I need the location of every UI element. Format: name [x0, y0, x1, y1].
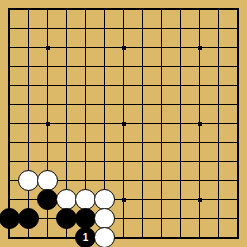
intersection-J13[interactable]	[152, 0, 171, 19]
intersection-H4[interactable]	[133, 171, 152, 190]
intersection-G6[interactable]	[114, 133, 133, 152]
intersection-J12[interactable]	[152, 19, 171, 38]
intersection-L11[interactable]	[190, 38, 209, 57]
intersection-F8[interactable]	[95, 95, 114, 114]
intersection-A10[interactable]	[0, 57, 19, 76]
intersection-G4[interactable]	[114, 171, 133, 190]
intersection-A9[interactable]	[0, 76, 19, 95]
intersection-H6[interactable]	[133, 133, 152, 152]
intersection-C5[interactable]	[38, 152, 57, 171]
intersection-D12[interactable]	[57, 19, 76, 38]
intersection-A12[interactable]	[0, 19, 19, 38]
intersection-M12[interactable]	[209, 19, 228, 38]
intersection-D4[interactable]	[57, 171, 76, 190]
intersection-L8[interactable]	[190, 95, 209, 114]
intersection-K5[interactable]	[171, 152, 190, 171]
white-stone	[94, 227, 115, 247]
intersection-K11[interactable]	[171, 38, 190, 57]
intersection-E10[interactable]	[76, 57, 95, 76]
intersection-A8[interactable]	[0, 95, 19, 114]
intersection-M5[interactable]	[209, 152, 228, 171]
star-point	[46, 122, 50, 126]
intersection-L13[interactable]	[190, 0, 209, 19]
intersection-A4[interactable]	[0, 171, 19, 190]
intersection-F6[interactable]	[95, 133, 114, 152]
intersection-H7[interactable]	[133, 114, 152, 133]
intersection-A6[interactable]	[0, 133, 19, 152]
intersection-E11[interactable]	[76, 38, 95, 57]
intersection-J2[interactable]	[152, 209, 171, 228]
intersection-H2[interactable]	[133, 209, 152, 228]
intersection-D9[interactable]	[57, 76, 76, 95]
intersection-H12[interactable]	[133, 19, 152, 38]
intersection-J10[interactable]	[152, 57, 171, 76]
intersection-B9[interactable]	[19, 76, 38, 95]
intersection-D11[interactable]	[57, 38, 76, 57]
intersection-E12[interactable]	[76, 19, 95, 38]
intersection-F11[interactable]	[95, 38, 114, 57]
intersection-B7[interactable]	[19, 114, 38, 133]
intersection-N9[interactable]	[228, 76, 247, 95]
intersection-K1[interactable]	[171, 228, 190, 247]
intersection-C1[interactable]	[38, 228, 57, 247]
intersection-G11[interactable]	[114, 38, 133, 57]
intersection-E1[interactable]: 1	[76, 228, 95, 247]
intersection-H13[interactable]	[133, 0, 152, 19]
intersection-B3[interactable]	[19, 190, 38, 209]
intersection-B12[interactable]	[19, 19, 38, 38]
white-stone	[37, 170, 58, 191]
black-stone	[37, 189, 58, 210]
intersection-L1[interactable]	[190, 228, 209, 247]
intersection-N3[interactable]	[228, 190, 247, 209]
intersection-C4[interactable]	[38, 171, 57, 190]
black-stone	[0, 208, 20, 229]
intersection-C11[interactable]	[38, 38, 57, 57]
intersection-F3[interactable]	[95, 190, 114, 209]
intersection-K10[interactable]	[171, 57, 190, 76]
intersection-G9[interactable]	[114, 76, 133, 95]
intersection-A2[interactable]	[0, 209, 19, 228]
intersection-A7[interactable]	[0, 114, 19, 133]
intersection-G8[interactable]	[114, 95, 133, 114]
intersection-G13[interactable]	[114, 0, 133, 19]
intersection-H9[interactable]	[133, 76, 152, 95]
intersection-N13[interactable]	[228, 0, 247, 19]
white-stone	[56, 189, 77, 210]
intersection-F5[interactable]	[95, 152, 114, 171]
intersection-L5[interactable]	[190, 152, 209, 171]
go-board-diagram: 1	[0, 0, 247, 247]
intersection-J3[interactable]	[152, 190, 171, 209]
intersection-H11[interactable]	[133, 38, 152, 57]
intersection-K8[interactable]	[171, 95, 190, 114]
intersection-F13[interactable]	[95, 0, 114, 19]
intersection-C9[interactable]	[38, 76, 57, 95]
intersection-N1[interactable]	[228, 228, 247, 247]
intersection-D5[interactable]	[57, 152, 76, 171]
intersection-F7[interactable]	[95, 114, 114, 133]
intersection-H5[interactable]	[133, 152, 152, 171]
intersection-M4[interactable]	[209, 171, 228, 190]
intersection-K3[interactable]	[171, 190, 190, 209]
intersection-B6[interactable]	[19, 133, 38, 152]
intersection-A13[interactable]	[0, 0, 19, 19]
intersection-D3[interactable]	[57, 190, 76, 209]
intersection-F9[interactable]	[95, 76, 114, 95]
black-stone	[56, 208, 77, 229]
intersection-J5[interactable]	[152, 152, 171, 171]
intersection-J1[interactable]	[152, 228, 171, 247]
intersection-A11[interactable]	[0, 38, 19, 57]
intersection-C13[interactable]	[38, 0, 57, 19]
intersection-G5[interactable]	[114, 152, 133, 171]
intersection-B2[interactable]	[19, 209, 38, 228]
intersection-L2[interactable]	[190, 209, 209, 228]
intersection-B13[interactable]	[19, 0, 38, 19]
intersection-A5[interactable]	[0, 152, 19, 171]
intersection-M6[interactable]	[209, 133, 228, 152]
intersection-K2[interactable]	[171, 209, 190, 228]
intersection-H3[interactable]	[133, 190, 152, 209]
intersection-J8[interactable]	[152, 95, 171, 114]
intersection-E5[interactable]	[76, 152, 95, 171]
intersection-J6[interactable]	[152, 133, 171, 152]
intersection-G7[interactable]	[114, 114, 133, 133]
intersection-B4[interactable]	[19, 171, 38, 190]
intersection-L9[interactable]	[190, 76, 209, 95]
intersection-D8[interactable]	[57, 95, 76, 114]
intersection-F1[interactable]	[95, 228, 114, 247]
star-point	[122, 46, 126, 50]
intersection-M11[interactable]	[209, 38, 228, 57]
go-board: 1	[0, 0, 247, 247]
intersection-L4[interactable]	[190, 171, 209, 190]
intersection-H10[interactable]	[133, 57, 152, 76]
star-point	[198, 198, 202, 202]
intersection-N6[interactable]	[228, 133, 247, 152]
intersection-E13[interactable]	[76, 0, 95, 19]
intersection-E4[interactable]	[76, 171, 95, 190]
intersection-N10[interactable]	[228, 57, 247, 76]
intersection-H1[interactable]	[133, 228, 152, 247]
intersection-C2[interactable]	[38, 209, 57, 228]
white-stone	[75, 189, 96, 210]
intersection-E9[interactable]	[76, 76, 95, 95]
intersection-G1[interactable]	[114, 228, 133, 247]
intersection-C6[interactable]	[38, 133, 57, 152]
intersection-D13[interactable]	[57, 0, 76, 19]
intersection-D7[interactable]	[57, 114, 76, 133]
intersection-K7[interactable]	[171, 114, 190, 133]
intersection-D6[interactable]	[57, 133, 76, 152]
intersection-D10[interactable]	[57, 57, 76, 76]
intersection-J11[interactable]	[152, 38, 171, 57]
intersection-F12[interactable]	[95, 19, 114, 38]
intersection-N4[interactable]	[228, 171, 247, 190]
intersection-A1[interactable]	[0, 228, 19, 247]
intersection-G12[interactable]	[114, 19, 133, 38]
intersection-B1[interactable]	[19, 228, 38, 247]
intersection-E2[interactable]	[76, 209, 95, 228]
intersection-F10[interactable]	[95, 57, 114, 76]
intersection-N7[interactable]	[228, 114, 247, 133]
intersection-L12[interactable]	[190, 19, 209, 38]
intersection-N5[interactable]	[228, 152, 247, 171]
intersection-D2[interactable]	[57, 209, 76, 228]
intersection-N11[interactable]	[228, 38, 247, 57]
intersection-K6[interactable]	[171, 133, 190, 152]
intersection-E7[interactable]	[76, 114, 95, 133]
intersection-J9[interactable]	[152, 76, 171, 95]
intersection-N2[interactable]	[228, 209, 247, 228]
intersection-C10[interactable]	[38, 57, 57, 76]
white-stone	[18, 170, 39, 191]
star-point	[122, 198, 126, 202]
intersection-G10[interactable]	[114, 57, 133, 76]
intersection-B10[interactable]	[19, 57, 38, 76]
intersection-C3[interactable]	[38, 190, 57, 209]
intersection-L10[interactable]	[190, 57, 209, 76]
intersection-K4[interactable]	[171, 171, 190, 190]
star-point	[198, 122, 202, 126]
intersection-M13[interactable]	[209, 0, 228, 19]
intersection-F4[interactable]	[95, 171, 114, 190]
white-stone	[94, 189, 115, 210]
intersection-K12[interactable]	[171, 19, 190, 38]
intersection-J4[interactable]	[152, 171, 171, 190]
intersection-M1[interactable]	[209, 228, 228, 247]
intersection-G3[interactable]	[114, 190, 133, 209]
intersection-M7[interactable]	[209, 114, 228, 133]
intersection-L3[interactable]	[190, 190, 209, 209]
intersection-E6[interactable]	[76, 133, 95, 152]
intersection-M2[interactable]	[209, 209, 228, 228]
intersection-B5[interactable]	[19, 152, 38, 171]
intersection-G2[interactable]	[114, 209, 133, 228]
black-stone	[18, 208, 39, 229]
intersection-E3[interactable]	[76, 190, 95, 209]
intersection-L6[interactable]	[190, 133, 209, 152]
intersection-C7[interactable]	[38, 114, 57, 133]
intersection-B8[interactable]	[19, 95, 38, 114]
intersection-B11[interactable]	[19, 38, 38, 57]
intersection-F2[interactable]	[95, 209, 114, 228]
star-point	[46, 46, 50, 50]
intersection-M10[interactable]	[209, 57, 228, 76]
intersection-A3[interactable]	[0, 190, 19, 209]
move-number-label: 1	[83, 233, 89, 243]
intersection-H8[interactable]	[133, 95, 152, 114]
intersection-M3[interactable]	[209, 190, 228, 209]
intersection-M8[interactable]	[209, 95, 228, 114]
intersection-K13[interactable]	[171, 0, 190, 19]
intersection-K9[interactable]	[171, 76, 190, 95]
intersection-L7[interactable]	[190, 114, 209, 133]
intersection-E8[interactable]	[76, 95, 95, 114]
intersection-N12[interactable]	[228, 19, 247, 38]
intersection-M9[interactable]	[209, 76, 228, 95]
intersection-C12[interactable]	[38, 19, 57, 38]
star-point	[122, 122, 126, 126]
black-stone: 1	[75, 227, 96, 247]
intersection-N8[interactable]	[228, 95, 247, 114]
black-stone	[75, 208, 96, 229]
intersection-J7[interactable]	[152, 114, 171, 133]
intersection-C8[interactable]	[38, 95, 57, 114]
white-stone	[94, 208, 115, 229]
star-point	[198, 46, 202, 50]
intersection-D1[interactable]	[57, 228, 76, 247]
